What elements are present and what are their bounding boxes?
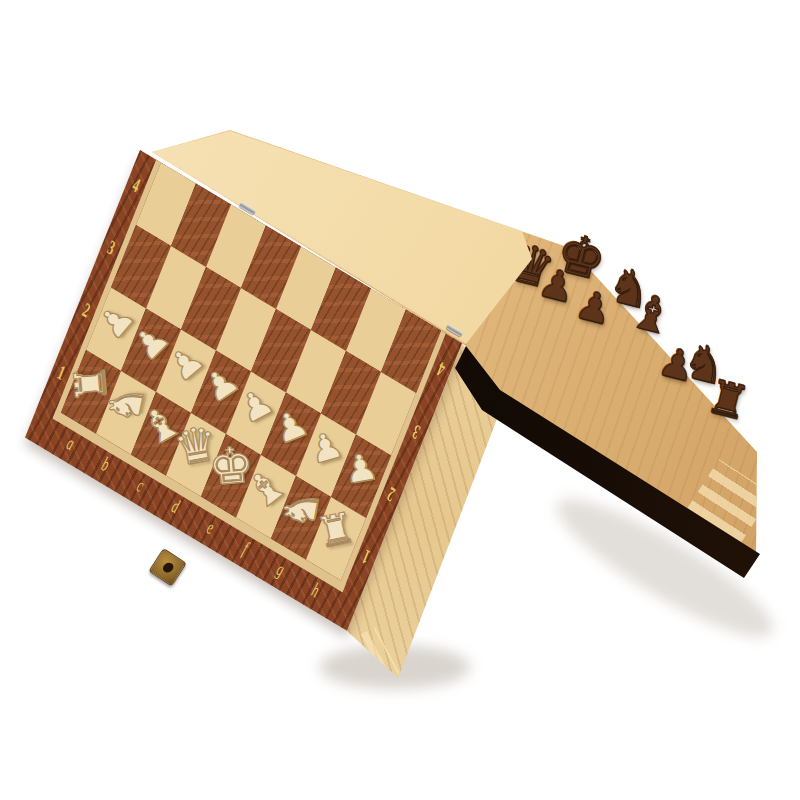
brass-clasp bbox=[147, 547, 192, 590]
folding-chess-set-photo: ♟♟♟♜♚♛♟♞♟♝♟♞♜ abcdefgh44332211 ♟♟♟♜♟♞♟♝♟… bbox=[0, 0, 800, 800]
